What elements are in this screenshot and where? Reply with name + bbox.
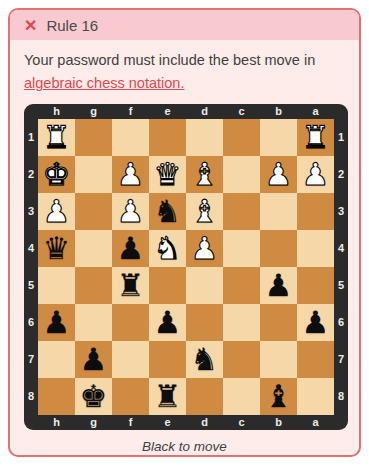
file-label-e: e (149, 104, 186, 119)
frame-corner (334, 104, 348, 119)
square-e8: ♜ (149, 378, 186, 415)
black-piece-n-d7: ♞ (191, 341, 219, 378)
rule-body: Your password must include the best move… (10, 40, 359, 454)
file-label-a: a (297, 415, 334, 430)
rank-label-right-4: 4 (334, 230, 348, 267)
square-f3: ♟ (112, 193, 149, 230)
file-label-c: c (223, 415, 260, 430)
rank-label-right-1: 1 (334, 119, 348, 156)
square-c1 (223, 119, 260, 156)
file-label-e: e (149, 415, 186, 430)
black-piece-p-e6: ♟ (154, 304, 182, 341)
file-label-g: g (75, 415, 112, 430)
square-g7: ♟ (75, 341, 112, 378)
black-piece-p-a6: ♟ (302, 304, 330, 341)
black-piece-p-h6: ♟ (43, 304, 71, 341)
frame-corner (24, 104, 38, 119)
square-c7 (223, 341, 260, 378)
square-d5 (186, 267, 223, 304)
file-label-f: f (112, 415, 149, 430)
square-g3 (75, 193, 112, 230)
square-g5 (75, 267, 112, 304)
file-label-d: d (186, 104, 223, 119)
square-b1 (260, 119, 297, 156)
square-h2: ♚ (38, 156, 75, 193)
square-d6 (186, 304, 223, 341)
black-piece-n-e3: ♞ (154, 193, 182, 230)
rule-title: Rule 16 (46, 17, 98, 34)
white-piece-b-d2: ♝ (191, 156, 219, 193)
square-b5: ♟ (260, 267, 297, 304)
square-c8 (223, 378, 260, 415)
white-piece-r-h1: ♜ (43, 119, 71, 156)
turn-status: Black to move (24, 439, 345, 454)
file-label-c: c (223, 104, 260, 119)
square-g2 (75, 156, 112, 193)
rank-label-right-6: 6 (334, 304, 348, 341)
square-b8: ♝ (260, 378, 297, 415)
white-piece-r-a1: ♜ (302, 119, 330, 156)
file-label-f: f (112, 104, 149, 119)
rank-label-left-6: 6 (24, 304, 38, 341)
white-piece-q-e2: ♛ (154, 156, 182, 193)
square-d1 (186, 119, 223, 156)
frame-corner (334, 415, 348, 430)
square-a1: ♜ (297, 119, 334, 156)
square-b4 (260, 230, 297, 267)
square-g6 (75, 304, 112, 341)
rank-label-left-7: 7 (24, 341, 38, 378)
file-label-b: b (260, 104, 297, 119)
square-c4 (223, 230, 260, 267)
algebraic-notation-link[interactable]: algebraic chess notation. (24, 75, 184, 91)
rule-text-prefix: Your password must include the best move… (24, 52, 315, 68)
square-a7 (297, 341, 334, 378)
file-label-a: a (297, 104, 334, 119)
square-h3: ♟ (38, 193, 75, 230)
square-b2: ♟ (260, 156, 297, 193)
square-f2: ♟ (112, 156, 149, 193)
white-piece-p-d4: ♟ (191, 230, 219, 267)
rank-label-left-2: 2 (24, 156, 38, 193)
black-piece-p-b5: ♟ (265, 267, 293, 304)
square-g1 (75, 119, 112, 156)
rank-label-right-7: 7 (334, 341, 348, 378)
square-c3 (223, 193, 260, 230)
square-b7 (260, 341, 297, 378)
square-e6: ♟ (149, 304, 186, 341)
white-piece-b-d3: ♝ (191, 193, 219, 230)
square-d4: ♟ (186, 230, 223, 267)
square-f6 (112, 304, 149, 341)
square-d7: ♞ (186, 341, 223, 378)
frame-corner (24, 415, 38, 430)
square-h8 (38, 378, 75, 415)
white-piece-p-f3: ♟ (117, 193, 145, 230)
square-d3: ♝ (186, 193, 223, 230)
white-piece-k-h2: ♚ (43, 156, 71, 193)
square-e4: ♞ (149, 230, 186, 267)
square-h4: ♛ (38, 230, 75, 267)
square-e2: ♛ (149, 156, 186, 193)
file-label-b: b (260, 415, 297, 430)
chess-board: hgfedcba1♜♜12♚♟♛♝♟♟23♟♟♞♝34♛♟♞♟45♜♟56♟♟♟… (24, 104, 348, 430)
square-c2 (223, 156, 260, 193)
white-piece-p-a2: ♟ (302, 156, 330, 193)
white-piece-p-h3: ♟ (43, 193, 71, 230)
black-piece-b-b8: ♝ (265, 378, 293, 415)
square-c6 (223, 304, 260, 341)
square-e5 (149, 267, 186, 304)
file-label-g: g (75, 104, 112, 119)
rule-text: Your password must include the best move… (24, 49, 345, 96)
rule-header: ✕ Rule 16 (10, 10, 359, 40)
square-f1 (112, 119, 149, 156)
black-piece-p-g7: ♟ (80, 341, 108, 378)
file-label-h: h (38, 415, 75, 430)
square-b6 (260, 304, 297, 341)
square-c5 (223, 267, 260, 304)
square-a2: ♟ (297, 156, 334, 193)
black-piece-q-h4: ♛ (43, 230, 71, 267)
black-piece-k-g8: ♚ (80, 378, 108, 415)
square-g8: ♚ (75, 378, 112, 415)
square-f8 (112, 378, 149, 415)
rank-label-right-3: 3 (334, 193, 348, 230)
white-piece-n-e4: ♞ (154, 230, 182, 267)
black-piece-r-e8: ♜ (154, 378, 182, 415)
rank-label-left-3: 3 (24, 193, 38, 230)
square-e7 (149, 341, 186, 378)
file-label-d: d (186, 415, 223, 430)
white-piece-p-f2: ♟ (117, 156, 145, 193)
white-piece-p-b2: ♟ (265, 156, 293, 193)
square-g4 (75, 230, 112, 267)
square-a4 (297, 230, 334, 267)
square-a5 (297, 267, 334, 304)
rank-label-left-4: 4 (24, 230, 38, 267)
square-a3 (297, 193, 334, 230)
rule-card: ✕ Rule 16 Your password must include the… (8, 8, 361, 457)
square-h1: ♜ (38, 119, 75, 156)
square-e3: ♞ (149, 193, 186, 230)
square-h6: ♟ (38, 304, 75, 341)
rank-label-right-2: 2 (334, 156, 348, 193)
file-label-h: h (38, 104, 75, 119)
square-d2: ♝ (186, 156, 223, 193)
square-a8 (297, 378, 334, 415)
square-d8 (186, 378, 223, 415)
square-h7 (38, 341, 75, 378)
square-a6: ♟ (297, 304, 334, 341)
square-f5: ♜ (112, 267, 149, 304)
square-h5 (38, 267, 75, 304)
black-piece-p-f4: ♟ (117, 230, 145, 267)
square-e1 (149, 119, 186, 156)
rank-label-right-5: 5 (334, 267, 348, 304)
close-icon[interactable]: ✕ (24, 18, 37, 34)
square-f4: ♟ (112, 230, 149, 267)
rank-label-left-8: 8 (24, 378, 38, 415)
square-b3 (260, 193, 297, 230)
rank-label-left-5: 5 (24, 267, 38, 304)
rank-label-right-8: 8 (334, 378, 348, 415)
square-f7 (112, 341, 149, 378)
rank-label-left-1: 1 (24, 119, 38, 156)
black-piece-r-f5: ♜ (117, 267, 145, 304)
